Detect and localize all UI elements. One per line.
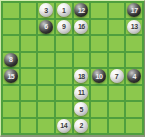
stone-black-4: 4 — [127, 69, 141, 83]
board-cell-c5-r3[interactable] — [91, 53, 107, 68]
board-cell-c5-r2[interactable] — [91, 36, 107, 51]
board-cell-c5-r0[interactable] — [91, 3, 107, 18]
board-cell-c6-r6[interactable] — [109, 102, 125, 117]
board-cell-c4-r3[interactable] — [74, 53, 90, 68]
stone-white-1: 1 — [57, 3, 71, 17]
board-cell-c4-r1[interactable]: 16 — [74, 20, 90, 35]
stone-white-13: 13 — [127, 20, 141, 34]
board-cell-c5-r6[interactable] — [91, 102, 107, 117]
stone-white-5: 5 — [74, 102, 88, 116]
board-cell-c7-r0[interactable]: 17 — [126, 3, 142, 18]
board-cell-c3-r5[interactable] — [56, 86, 72, 101]
board-cell-c3-r4[interactable] — [56, 69, 72, 84]
board-cell-c0-r6[interactable] — [3, 102, 19, 117]
board-cell-c5-r7[interactable] — [91, 119, 107, 134]
board-cell-c3-r6[interactable] — [56, 102, 72, 117]
board-cell-c2-r7[interactable] — [38, 119, 54, 134]
board-cell-c4-r6[interactable]: 5 — [74, 102, 90, 117]
stone-black-15: 15 — [4, 69, 18, 83]
board-cell-c0-r2[interactable] — [3, 36, 19, 51]
board-cell-c0-r4[interactable]: 15 — [3, 69, 19, 84]
board-cell-c3-r1[interactable]: 9 — [56, 20, 72, 35]
board-cell-c7-r2[interactable] — [126, 36, 142, 51]
board-cell-c2-r4[interactable] — [38, 69, 54, 84]
board-cell-c0-r3[interactable]: 8 — [3, 53, 19, 68]
stone-white-14: 14 — [57, 119, 71, 133]
stone-white-3: 3 — [39, 3, 53, 17]
board-cell-c1-r3[interactable] — [21, 53, 37, 68]
board-cell-c1-r4[interactable] — [21, 69, 37, 84]
stone-black-10: 10 — [92, 69, 106, 83]
board-cell-c7-r4[interactable]: 4 — [126, 69, 142, 84]
board-cell-c3-r2[interactable] — [56, 36, 72, 51]
board-cell-c2-r0[interactable]: 3 — [38, 3, 54, 18]
board-cell-c6-r5[interactable] — [109, 86, 125, 101]
stone-black-8: 8 — [4, 53, 18, 67]
board-cell-c1-r1[interactable] — [21, 20, 37, 35]
board-cell-c6-r4[interactable]: 7 — [109, 69, 125, 84]
board-cell-c6-r2[interactable] — [109, 36, 125, 51]
board-cell-c2-r5[interactable] — [38, 86, 54, 101]
board-cell-c7-r6[interactable] — [126, 102, 142, 117]
board-cell-c6-r3[interactable] — [109, 53, 125, 68]
stone-white-9: 9 — [57, 20, 71, 34]
stone-white-18: 18 — [74, 69, 88, 83]
board-cell-c4-r2[interactable] — [74, 36, 90, 51]
stone-white-16: 16 — [74, 20, 88, 34]
board-cell-c0-r7[interactable] — [3, 119, 19, 134]
board-cell-c4-r5[interactable]: 11 — [74, 86, 90, 101]
board-cell-c1-r0[interactable] — [21, 3, 37, 18]
board-cell-c1-r6[interactable] — [21, 102, 37, 117]
board-cell-c3-r3[interactable] — [56, 53, 72, 68]
game-board: 311217691613815181074115142 — [0, 0, 145, 137]
board-cell-c2-r1[interactable]: 6 — [38, 20, 54, 35]
board-cell-c0-r1[interactable] — [3, 20, 19, 35]
board-cell-c7-r3[interactable] — [126, 53, 142, 68]
board-cell-c5-r1[interactable] — [91, 20, 107, 35]
board-cell-c4-r7[interactable]: 2 — [74, 119, 90, 134]
board-cell-c1-r5[interactable] — [21, 86, 37, 101]
board-cell-c4-r0[interactable]: 12 — [74, 3, 90, 18]
board-cell-c1-r2[interactable] — [21, 36, 37, 51]
board-cell-c0-r0[interactable] — [3, 3, 19, 18]
board-cell-c1-r7[interactable] — [21, 119, 37, 134]
board-cell-c6-r1[interactable] — [109, 20, 125, 35]
board-cell-c0-r5[interactable] — [3, 86, 19, 101]
board-cell-c2-r3[interactable] — [38, 53, 54, 68]
board-cell-c5-r4[interactable]: 10 — [91, 69, 107, 84]
stone-white-2: 2 — [74, 119, 88, 133]
stone-white-7: 7 — [110, 69, 124, 83]
board-cell-c7-r1[interactable]: 13 — [126, 20, 142, 35]
board-cell-c3-r0[interactable]: 1 — [56, 3, 72, 18]
board-cell-c7-r7[interactable] — [126, 119, 142, 134]
board-cell-c2-r2[interactable] — [38, 36, 54, 51]
board-cell-c5-r5[interactable] — [91, 86, 107, 101]
board-cell-c6-r0[interactable] — [109, 3, 125, 18]
stone-black-6: 6 — [39, 20, 53, 34]
stone-white-11: 11 — [74, 86, 88, 100]
stone-black-12: 12 — [74, 3, 88, 17]
board-cell-c2-r6[interactable] — [38, 102, 54, 117]
board-cell-c3-r7[interactable]: 14 — [56, 119, 72, 134]
stone-black-17: 17 — [127, 3, 141, 17]
board-cell-c6-r7[interactable] — [109, 119, 125, 134]
board-cell-c4-r4[interactable]: 18 — [74, 69, 90, 84]
board-cell-c7-r5[interactable] — [126, 86, 142, 101]
